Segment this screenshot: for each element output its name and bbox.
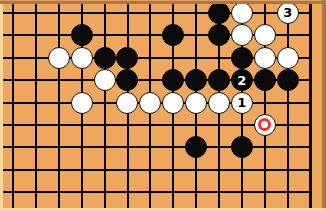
black-stone[interactable]: [162, 69, 184, 91]
black-stone-move-2[interactable]: 2: [231, 69, 253, 91]
black-stone[interactable]: [162, 24, 184, 46]
white-stone-move-3[interactable]: 3: [277, 2, 299, 24]
board-frame-right: [322, 0, 326, 211]
black-stone[interactable]: [116, 47, 138, 69]
white-stone[interactable]: [254, 24, 276, 46]
white-stone[interactable]: [254, 47, 276, 69]
white-stone-marked[interactable]: [254, 114, 276, 136]
black-stone[interactable]: [231, 47, 253, 69]
board-frame-bottom: [0, 208, 326, 211]
white-stone[interactable]: [162, 92, 184, 114]
move-number-label: 3: [283, 6, 292, 19]
white-stone[interactable]: [208, 92, 230, 114]
white-stone[interactable]: [231, 24, 253, 46]
white-stone[interactable]: [48, 47, 70, 69]
black-stone[interactable]: [231, 136, 253, 158]
white-stone[interactable]: [71, 92, 93, 114]
white-stone[interactable]: [139, 92, 161, 114]
white-stone-move-1[interactable]: 1: [231, 92, 253, 114]
black-stone[interactable]: [185, 136, 207, 158]
black-stone[interactable]: [116, 69, 138, 91]
move-number-label: 1: [237, 96, 246, 109]
black-stone[interactable]: [94, 47, 116, 69]
white-stone[interactable]: [94, 69, 116, 91]
black-stone[interactable]: [185, 69, 207, 91]
circle-marker-icon: [258, 118, 271, 131]
stones-layer: 321: [2, 2, 322, 204]
board-frame-left: [0, 4, 3, 211]
go-board[interactable]: 321: [0, 0, 326, 211]
black-stone[interactable]: [71, 24, 93, 46]
black-stone[interactable]: [208, 24, 230, 46]
white-stone[interactable]: [277, 47, 299, 69]
board-frame-top: [0, 0, 326, 4]
black-stone[interactable]: [208, 2, 230, 24]
black-stone[interactable]: [254, 69, 276, 91]
white-stone[interactable]: [116, 92, 138, 114]
black-stone[interactable]: [277, 69, 299, 91]
move-number-label: 2: [237, 74, 246, 87]
white-stone[interactable]: [231, 2, 253, 24]
white-stone[interactable]: [185, 92, 207, 114]
black-stone[interactable]: [208, 69, 230, 91]
white-stone[interactable]: [71, 47, 93, 69]
